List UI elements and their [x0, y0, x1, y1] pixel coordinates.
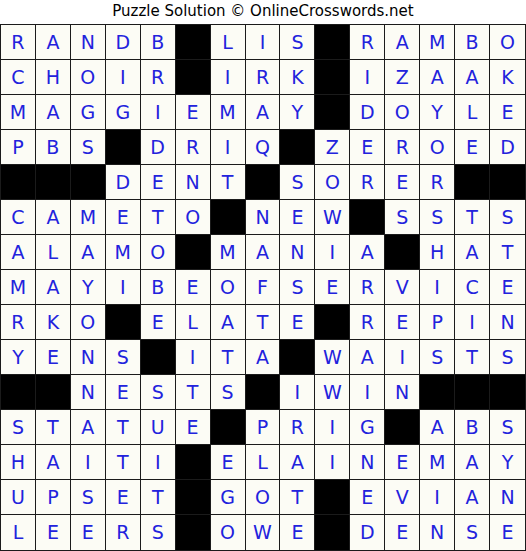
cell-letter: E [361, 138, 373, 157]
cell-letter: S [466, 523, 478, 542]
letter-cell: R [280, 410, 315, 445]
cell-letter: I [330, 453, 336, 472]
cell-letter: A [46, 103, 59, 122]
cell-letter: M [10, 103, 26, 122]
cell-letter: S [502, 418, 514, 437]
cell-letter: I [434, 488, 440, 507]
cell-letter: O [220, 523, 235, 542]
letter-cell: D [141, 130, 176, 165]
cell-letter: S [222, 383, 234, 402]
cell-letter: V [396, 278, 409, 297]
letter-cell: O [385, 95, 420, 130]
cell-letter: T [187, 383, 199, 402]
letter-cell: A [350, 235, 385, 270]
cell-letter: I [469, 313, 475, 332]
cell-letter: U [151, 418, 165, 437]
letter-cell: M [211, 235, 246, 270]
letter-cell: R [350, 305, 385, 340]
cell-letter: A [431, 418, 444, 437]
cell-letter: I [330, 418, 336, 437]
black-cell [71, 165, 106, 200]
cell-letter: S [431, 348, 443, 367]
cell-letter: A [431, 68, 444, 87]
letter-cell: A [246, 340, 281, 375]
letter-cell: I [315, 235, 350, 270]
letter-cell: M [71, 200, 106, 235]
cell-letter: W [323, 383, 342, 402]
cell-letter: A [396, 33, 409, 52]
letter-cell: I [420, 480, 455, 515]
cell-letter: A [221, 313, 234, 332]
black-cell [1, 375, 36, 410]
letter-cell: E [36, 340, 71, 375]
letter-cell: I [106, 270, 141, 305]
black-cell [106, 130, 141, 165]
cell-letter: O [430, 138, 445, 157]
cell-letter: N [395, 383, 409, 402]
cell-letter: M [219, 243, 235, 262]
letter-cell: N [490, 305, 525, 340]
letter-cell: A [36, 200, 71, 235]
letter-cell: E [385, 445, 420, 480]
cell-letter: A [81, 243, 94, 262]
cell-letter: T [466, 208, 478, 227]
letter-cell: K [490, 60, 525, 95]
cell-letter: R [361, 173, 374, 192]
letter-cell: E [385, 515, 420, 550]
letter-cell: K [36, 305, 71, 340]
cell-letter: D [360, 523, 375, 542]
letter-cell: N [176, 165, 211, 200]
cell-letter: I [155, 453, 161, 472]
letter-cell: R [176, 130, 211, 165]
letter-cell: I [141, 95, 176, 130]
cell-letter: K [501, 68, 513, 87]
letter-cell: Y [1, 340, 36, 375]
cell-letter: O [80, 313, 95, 332]
cell-letter: E [502, 103, 514, 122]
cell-letter: A [256, 243, 269, 262]
letter-cell: E [176, 270, 211, 305]
letter-cell: I [385, 340, 420, 375]
cell-letter: A [466, 488, 479, 507]
black-cell [36, 165, 71, 200]
black-cell [246, 375, 281, 410]
cell-letter: Z [396, 68, 409, 87]
letter-cell: E [315, 270, 350, 305]
cell-letter: D [360, 103, 375, 122]
letter-cell: A [420, 410, 455, 445]
letter-cell: R [1, 305, 36, 340]
letter-cell: Z [385, 60, 420, 95]
cell-letter: S [152, 523, 164, 542]
letter-cell: N [385, 375, 420, 410]
letter-cell: R [1, 25, 36, 60]
letter-cell: A [36, 445, 71, 480]
cell-letter: M [429, 33, 445, 52]
cell-letter: I [120, 68, 126, 87]
cell-letter: O [395, 103, 410, 122]
cell-letter: N [186, 173, 200, 192]
letter-cell: P [246, 410, 281, 445]
cell-letter: I [434, 278, 440, 297]
letter-cell: O [71, 305, 106, 340]
black-cell [176, 480, 211, 515]
letter-cell: M [420, 445, 455, 480]
letter-cell: M [1, 270, 36, 305]
letter-cell: A [455, 235, 490, 270]
letter-cell: Z [315, 130, 350, 165]
black-cell [385, 410, 420, 445]
cell-letter: I [85, 453, 91, 472]
letter-cell: R [141, 60, 176, 95]
cell-letter: E [396, 523, 408, 542]
cell-letter: E [326, 278, 338, 297]
letter-cell: E [490, 515, 525, 550]
letter-cell: R [350, 165, 385, 200]
cell-letter: E [187, 418, 199, 437]
cell-letter: S [396, 208, 408, 227]
letter-cell: R [350, 25, 385, 60]
cell-letter: E [117, 488, 129, 507]
letter-cell: O [211, 515, 246, 550]
cell-letter: O [220, 278, 235, 297]
letter-cell: E [385, 165, 420, 200]
letter-cell: S [211, 375, 246, 410]
letter-cell: Y [71, 270, 106, 305]
cell-letter: T [117, 453, 129, 472]
letter-cell: H [420, 235, 455, 270]
letter-cell: E [176, 410, 211, 445]
cell-letter: A [81, 418, 94, 437]
letter-cell: W [315, 200, 350, 235]
letter-cell: M [106, 235, 141, 270]
letter-cell: E [280, 305, 315, 340]
letter-cell: U [1, 480, 36, 515]
cell-letter: O [255, 488, 270, 507]
cell-letter: W [323, 208, 342, 227]
letter-cell: T [455, 340, 490, 375]
cell-letter: B [466, 33, 479, 52]
cell-letter: W [323, 348, 342, 367]
black-cell [455, 165, 490, 200]
letter-cell: C [455, 270, 490, 305]
letter-cell: E [106, 375, 141, 410]
black-cell [315, 305, 350, 340]
letter-cell: E [385, 305, 420, 340]
letter-cell: S [71, 480, 106, 515]
black-cell [420, 375, 455, 410]
cell-letter: H [11, 453, 25, 472]
cell-letter: N [500, 488, 514, 507]
cell-letter: Q [255, 138, 270, 157]
cell-letter: E [466, 138, 478, 157]
letter-cell: A [455, 60, 490, 95]
letter-cell: T [246, 305, 281, 340]
letter-cell: T [106, 445, 141, 480]
cell-letter: V [396, 488, 409, 507]
letter-cell: S [106, 340, 141, 375]
cell-letter: E [361, 488, 373, 507]
cell-letter: I [260, 33, 266, 52]
cell-letter: C [11, 68, 24, 87]
black-cell [141, 340, 176, 375]
cell-letter: R [151, 68, 164, 87]
cell-letter: D [500, 138, 515, 157]
letter-cell: G [211, 480, 246, 515]
cell-letter: B [466, 418, 479, 437]
letter-cell: E [490, 270, 525, 305]
letter-cell: A [1, 235, 36, 270]
cell-letter: S [291, 33, 303, 52]
cell-letter: P [431, 313, 442, 332]
cell-letter: N [430, 523, 444, 542]
letter-cell: L [246, 445, 281, 480]
letter-cell: S [420, 340, 455, 375]
cell-letter: I [190, 348, 196, 367]
cell-letter: R [431, 173, 444, 192]
cell-letter: Y [502, 453, 514, 472]
letter-cell: Y [280, 95, 315, 130]
cell-letter: A [361, 243, 374, 262]
letter-cell: I [315, 410, 350, 445]
letter-cell: S [490, 340, 525, 375]
letter-cell: Y [420, 95, 455, 130]
cell-letter: I [155, 103, 161, 122]
black-cell [455, 375, 490, 410]
letter-cell: D [490, 130, 525, 165]
letter-cell: I [315, 445, 350, 480]
black-cell [211, 200, 246, 235]
letter-cell: O [246, 480, 281, 515]
letter-cell: O [211, 270, 246, 305]
letter-cell: D [350, 515, 385, 550]
cell-letter: M [115, 243, 131, 262]
cell-letter: T [117, 418, 129, 437]
letter-cell: E [106, 200, 141, 235]
letter-cell: P [36, 480, 71, 515]
letter-cell: S [280, 25, 315, 60]
cell-letter: M [219, 103, 235, 122]
letter-cell: W [315, 375, 350, 410]
cell-letter: B [46, 138, 59, 157]
cell-letter: O [500, 33, 515, 52]
cell-letter: R [186, 138, 199, 157]
letter-cell: O [420, 130, 455, 165]
black-cell [36, 375, 71, 410]
cell-letter: S [82, 138, 94, 157]
letter-cell: N [490, 480, 525, 515]
black-cell [490, 165, 525, 200]
letter-cell: U [141, 410, 176, 445]
cell-letter: T [152, 488, 164, 507]
cell-letter: C [465, 278, 478, 297]
cell-letter: B [151, 33, 164, 52]
letter-cell: T [211, 165, 246, 200]
cell-letter: S [291, 173, 303, 192]
black-cell [246, 165, 281, 200]
cell-letter: E [502, 523, 514, 542]
letter-cell: A [36, 95, 71, 130]
cell-letter: T [502, 243, 514, 262]
letter-cell: R [385, 130, 420, 165]
cell-letter: Y [82, 278, 94, 297]
cell-letter: S [82, 488, 94, 507]
letter-cell: E [211, 445, 246, 480]
letter-cell: A [246, 235, 281, 270]
letter-cell: I [246, 25, 281, 60]
letter-cell: I [350, 375, 385, 410]
cell-letter: R [291, 418, 304, 437]
letter-cell: G [106, 95, 141, 130]
letter-cell: B [36, 130, 71, 165]
cell-letter: A [466, 243, 479, 262]
cell-letter: W [253, 523, 272, 542]
letter-cell: E [490, 95, 525, 130]
black-cell [385, 235, 420, 270]
letter-cell: Q [246, 130, 281, 165]
letter-cell: O [176, 200, 211, 235]
cell-letter: E [396, 453, 408, 472]
cell-letter: S [502, 208, 514, 227]
letter-cell: S [71, 130, 106, 165]
letter-cell: S [141, 375, 176, 410]
cell-letter: S [291, 278, 303, 297]
letter-cell: B [455, 25, 490, 60]
letter-cell: L [1, 515, 36, 550]
cell-letter: I [225, 138, 231, 157]
cell-letter: S [152, 383, 164, 402]
black-cell [176, 445, 211, 480]
letter-cell: Y [490, 445, 525, 480]
cell-letter: I [225, 68, 231, 87]
letter-cell: S [490, 200, 525, 235]
cell-letter: A [46, 33, 59, 52]
cell-letter: E [187, 103, 199, 122]
cell-letter: Z [326, 138, 339, 157]
cell-letter: A [256, 348, 269, 367]
black-cell [350, 200, 385, 235]
black-cell [315, 95, 350, 130]
letter-cell: A [71, 410, 106, 445]
letter-cell: H [1, 445, 36, 480]
cell-letter: L [48, 243, 59, 262]
cell-letter: M [429, 453, 445, 472]
puzzle-solution-page: Puzzle Solution © OnlineCrosswords.net R… [0, 0, 526, 551]
letter-cell: O [315, 165, 350, 200]
letter-cell: N [420, 515, 455, 550]
letter-cell: E [36, 515, 71, 550]
letter-cell: E [141, 305, 176, 340]
cell-letter: N [500, 313, 514, 332]
letter-cell: D [350, 95, 385, 130]
letter-cell: A [455, 480, 490, 515]
cell-letter: E [291, 208, 303, 227]
cell-letter: S [12, 418, 24, 437]
letter-cell: B [455, 410, 490, 445]
cell-letter: I [364, 68, 370, 87]
letter-cell: G [350, 410, 385, 445]
letter-cell: T [211, 340, 246, 375]
cell-letter: C [11, 208, 24, 227]
cell-letter: P [257, 418, 268, 437]
cell-letter: O [325, 173, 340, 192]
letter-cell: A [246, 95, 281, 130]
cell-letter: G [80, 103, 95, 122]
cell-letter: I [364, 383, 370, 402]
letter-cell: V [385, 270, 420, 305]
cell-letter: S [117, 348, 129, 367]
cell-letter: L [467, 103, 478, 122]
cell-letter: A [256, 103, 269, 122]
black-cell [315, 480, 350, 515]
letter-cell: A [420, 60, 455, 95]
letter-cell: E [176, 95, 211, 130]
letter-cell: E [350, 130, 385, 165]
cell-letter: T [222, 348, 234, 367]
letter-cell: R [246, 60, 281, 95]
letter-cell: M [1, 95, 36, 130]
letter-cell: T [280, 480, 315, 515]
cell-letter: E [396, 173, 408, 192]
letter-cell: N [246, 200, 281, 235]
cell-letter: E [47, 523, 59, 542]
cell-letter: R [116, 523, 129, 542]
cell-letter: N [81, 383, 95, 402]
cell-letter: R [11, 313, 24, 332]
cell-letter: O [185, 208, 200, 227]
letter-cell: V [385, 480, 420, 515]
letter-cell: I [455, 305, 490, 340]
letter-cell: E [71, 515, 106, 550]
letter-cell: N [350, 445, 385, 480]
black-cell [176, 515, 211, 550]
letter-cell: M [211, 95, 246, 130]
cell-letter: L [222, 33, 233, 52]
letter-cell: O [141, 235, 176, 270]
letter-cell: W [246, 515, 281, 550]
letter-cell: S [385, 200, 420, 235]
letter-cell: I [420, 270, 455, 305]
letter-cell: W [315, 340, 350, 375]
cell-letter: T [292, 488, 304, 507]
cell-letter: I [120, 278, 126, 297]
cell-letter: Y [12, 348, 24, 367]
letter-cell: I [71, 445, 106, 480]
black-cell [106, 305, 141, 340]
letter-cell: R [420, 165, 455, 200]
letter-cell: I [211, 60, 246, 95]
crossword-grid: RANDBLISRAMBOCHOIRIRKIZAAKMAGGIEMAYDOYLE… [0, 24, 526, 551]
cell-letter: B [151, 278, 164, 297]
letter-cell: G [71, 95, 106, 130]
letter-cell: E [106, 480, 141, 515]
letter-cell: A [280, 445, 315, 480]
letter-cell: N [280, 235, 315, 270]
letter-cell: A [350, 340, 385, 375]
letter-cell: R [350, 270, 385, 305]
letter-cell: I [141, 445, 176, 480]
cell-letter: R [396, 138, 409, 157]
cell-letter: K [291, 68, 303, 87]
cell-letter: E [291, 313, 303, 332]
cell-letter: U [11, 488, 25, 507]
letter-cell: A [211, 305, 246, 340]
black-cell [280, 130, 315, 165]
cell-letter: I [330, 243, 336, 262]
cell-letter: E [152, 313, 164, 332]
cell-letter: M [80, 208, 96, 227]
